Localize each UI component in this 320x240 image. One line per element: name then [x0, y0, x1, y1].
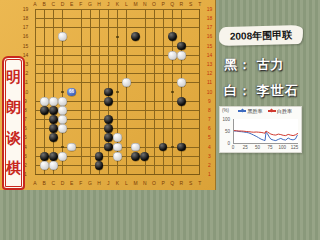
x-tick-label: 50 — [253, 145, 263, 150]
row-label-right: 5 — [205, 135, 214, 140]
star-point — [116, 91, 119, 94]
y-axis-unit: (%) — [222, 108, 229, 113]
stone-white — [177, 78, 186, 87]
col-label-top: J — [104, 2, 113, 7]
col-label-bottom: T — [195, 181, 204, 186]
row-label-right: 13 — [205, 62, 214, 67]
col-label-bottom: P — [159, 181, 168, 186]
channel-logo-banner: 明 朗 谈 棋 — [2, 56, 25, 190]
stone-white — [58, 97, 67, 106]
go-board-panel: AABBCCDDEEFFGGHHJJKKLLMMNNOOPPQQRRSSTT19… — [0, 0, 216, 190]
stone-white — [58, 124, 67, 133]
col-label-top: S — [186, 2, 195, 7]
star-point — [116, 36, 119, 39]
row-label-right: 15 — [205, 44, 214, 49]
stone-white — [49, 161, 58, 170]
stone-white — [122, 78, 131, 87]
col-label-top: K — [113, 2, 122, 7]
row-label-left: 19 — [21, 7, 30, 12]
col-label-top: C — [49, 2, 58, 7]
legend-item-white-winrate: 白胜率 — [268, 108, 293, 114]
stone-white — [168, 51, 177, 60]
stone-black — [104, 88, 113, 97]
stone-black — [104, 115, 113, 124]
col-label-bottom: N — [140, 181, 149, 186]
col-label-bottom: E — [67, 181, 76, 186]
stone-white — [40, 97, 49, 106]
col-label-bottom: Q — [168, 181, 177, 186]
col-label-top: B — [40, 2, 49, 7]
stone-black — [49, 152, 58, 161]
col-label-bottom: J — [104, 181, 113, 186]
x-tick-label: 75 — [265, 145, 275, 150]
col-label-top: F — [76, 2, 85, 7]
winrate-series-line — [234, 131, 298, 141]
stone-black — [104, 133, 113, 142]
row-label-right: 3 — [205, 154, 214, 159]
row-label-right: 9 — [205, 99, 214, 104]
stone-white — [58, 106, 67, 115]
col-label-bottom: G — [85, 181, 94, 186]
row-label-left: 17 — [21, 25, 30, 30]
star-point — [171, 146, 174, 149]
stone-white — [177, 51, 186, 60]
col-label-bottom: O — [149, 181, 158, 186]
x-tick-label: 0 — [228, 145, 238, 150]
banner-char: 明 — [6, 68, 21, 87]
row-label-right: 19 — [205, 7, 214, 12]
stone-black — [49, 133, 58, 142]
row-label-right: 1 — [205, 172, 214, 177]
y-tick-label: 50 — [220, 129, 230, 134]
banner-char: 朗 — [6, 98, 21, 117]
banner-char: 谈 — [6, 129, 21, 148]
stone-black — [95, 161, 104, 170]
x-tick-label: 100 — [277, 145, 287, 150]
col-label-top: N — [140, 2, 149, 7]
row-label-right: 6 — [205, 126, 214, 131]
row-label-left: 16 — [21, 34, 30, 39]
stone-black — [49, 124, 58, 133]
x-tick-label: 25 — [240, 145, 250, 150]
y-tick-label: 100 — [220, 117, 230, 122]
black-player-label: 黑： 古力 — [224, 56, 285, 74]
col-label-top: P — [159, 2, 168, 7]
row-label-left: 15 — [21, 44, 30, 49]
col-label-bottom: F — [76, 181, 85, 186]
col-label-top: H — [95, 2, 104, 7]
col-label-top: L — [122, 2, 131, 7]
legend-item-black-winrate: 黑胜率 — [238, 108, 263, 114]
col-label-bottom: S — [186, 181, 195, 186]
stone-black — [104, 143, 113, 152]
chart-legend: 黑胜率 白胜率 — [238, 108, 292, 114]
stone-black — [40, 152, 49, 161]
red-line-marker-icon — [268, 110, 276, 112]
row-label-right: 17 — [205, 25, 214, 30]
col-label-top: E — [67, 2, 76, 7]
row-label-left: 18 — [21, 16, 30, 21]
stone-black — [49, 115, 58, 124]
match-title: 2008年围甲联 — [219, 25, 303, 46]
col-label-top: M — [131, 2, 140, 7]
stone-black — [104, 124, 113, 133]
stone-black — [177, 97, 186, 106]
star-point — [61, 91, 64, 94]
stone-black — [49, 106, 58, 115]
col-label-bottom: B — [40, 181, 49, 186]
col-label-top: T — [195, 2, 204, 7]
col-label-bottom: D — [58, 181, 67, 186]
col-label-top: D — [58, 2, 67, 7]
col-label-top: G — [85, 2, 94, 7]
col-label-top: A — [31, 2, 40, 7]
stone-black — [104, 97, 113, 106]
row-label-right: 12 — [205, 71, 214, 76]
row-label-right: 7 — [205, 117, 214, 122]
blue-line-marker-icon — [238, 110, 246, 112]
stone-white — [40, 161, 49, 170]
stone-white — [113, 133, 122, 142]
row-label-right: 2 — [205, 163, 214, 168]
stone-black — [140, 152, 149, 161]
stone-black — [95, 152, 104, 161]
row-label-right: 11 — [205, 80, 214, 85]
col-label-bottom: R — [177, 181, 186, 186]
col-label-bottom: M — [131, 181, 140, 186]
stone-black — [131, 152, 140, 161]
stone-white — [58, 152, 67, 161]
row-label-right: 10 — [205, 90, 214, 95]
row-label-right: 16 — [205, 34, 214, 39]
col-label-top: Q — [168, 2, 177, 7]
col-label-bottom: L — [122, 181, 131, 186]
row-label-right: 4 — [205, 145, 214, 150]
stone-black — [177, 143, 186, 152]
stone-white — [58, 115, 67, 124]
white-player-label: 白： 李世石 — [224, 82, 299, 100]
stone-white — [49, 97, 58, 106]
row-label-right: 8 — [205, 108, 214, 113]
row-label-right: 18 — [205, 16, 214, 21]
col-label-bottom: H — [95, 181, 104, 186]
stone-black — [177, 42, 186, 51]
stone-black — [168, 32, 177, 41]
col-label-bottom: K — [113, 181, 122, 186]
x-tick-label: 125 — [290, 145, 300, 150]
winrate-chart: (%) 黑胜率 白胜率 1005000255075100125 — [219, 106, 302, 153]
stone-white — [113, 152, 122, 161]
stone-white — [113, 143, 122, 152]
col-label-bottom: C — [49, 181, 58, 186]
col-label-bottom: A — [31, 181, 40, 186]
banner-char: 棋 — [6, 159, 21, 178]
winrate-plot — [233, 119, 298, 144]
col-label-top: O — [149, 2, 158, 7]
row-label-right: 14 — [205, 53, 214, 58]
star-point — [171, 91, 174, 94]
stone-black — [40, 106, 49, 115]
col-label-top: R — [177, 2, 186, 7]
